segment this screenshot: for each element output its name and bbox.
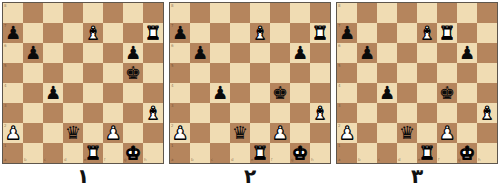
square-h6[interactable]	[310, 43, 330, 63]
square-h3[interactable]: ♝	[143, 103, 163, 123]
square-g3[interactable]	[123, 103, 143, 123]
square-e8[interactable]	[417, 3, 437, 23]
square-a1[interactable]: 1a	[3, 143, 23, 163]
square-c3[interactable]	[210, 103, 230, 123]
rank-label: 5	[171, 64, 174, 68]
square-d2[interactable]: ♛	[230, 123, 250, 143]
square-a6[interactable]: 6	[3, 43, 23, 63]
white-bishop: ♝	[312, 103, 328, 123]
square-d4[interactable]	[230, 83, 250, 103]
square-g6[interactable]: ♟	[290, 43, 310, 63]
square-b8[interactable]	[190, 3, 210, 23]
rank-label: 4	[4, 84, 7, 88]
square-f5[interactable]	[270, 63, 290, 83]
square-g1[interactable]: g♚	[123, 143, 143, 163]
square-a4[interactable]: 4	[170, 83, 190, 103]
square-b5[interactable]	[190, 63, 210, 83]
white-pawn: ♟	[5, 123, 21, 143]
white-bishop: ♝	[145, 103, 161, 123]
rank-label: 1	[4, 144, 7, 148]
square-a1[interactable]: 1a	[337, 143, 357, 163]
square-b7[interactable]	[23, 23, 43, 43]
square-e5[interactable]	[417, 63, 437, 83]
file-label: a	[4, 158, 6, 162]
rank-label: 4	[171, 84, 174, 88]
diagram-3-label: ٣	[411, 164, 423, 187]
file-label: f	[104, 158, 105, 162]
square-e4[interactable]	[250, 83, 270, 103]
black-pawn: ♟	[45, 83, 61, 103]
file-label: h	[144, 158, 147, 162]
square-a7[interactable]: 7♟	[337, 23, 357, 43]
square-b3[interactable]	[23, 103, 43, 123]
rank-label: 3	[4, 104, 7, 108]
square-e6[interactable]	[250, 43, 270, 63]
rank-label: 3	[338, 104, 341, 108]
white-pawn: ♟	[439, 123, 455, 143]
square-b4[interactable]	[357, 83, 377, 103]
square-e1[interactable]: e♜	[83, 143, 103, 163]
white-rook: ♜	[252, 143, 268, 163]
square-g8[interactable]	[457, 3, 477, 23]
square-f6[interactable]	[270, 43, 290, 63]
square-d8[interactable]	[63, 3, 83, 23]
square-f6[interactable]	[103, 43, 123, 63]
square-b7[interactable]	[190, 23, 210, 43]
square-d1[interactable]: d	[397, 143, 417, 163]
file-label: a	[171, 158, 173, 162]
square-h2[interactable]	[143, 123, 163, 143]
square-g8[interactable]	[123, 3, 143, 23]
square-a4[interactable]: 4	[337, 83, 357, 103]
square-f1[interactable]: f	[270, 143, 290, 163]
rank-label: 6	[4, 44, 7, 48]
black-pawn: ♟	[192, 43, 208, 63]
square-f5[interactable]	[437, 63, 457, 83]
square-f6[interactable]	[437, 43, 457, 63]
square-h8[interactable]	[477, 3, 497, 23]
black-king: ♚	[439, 83, 455, 103]
square-d3[interactable]	[397, 103, 417, 123]
square-d7[interactable]	[63, 23, 83, 43]
square-e7[interactable]: ♝	[417, 23, 437, 43]
square-b4[interactable]	[23, 83, 43, 103]
black-pawn: ♟	[379, 83, 395, 103]
square-g3[interactable]	[290, 103, 310, 123]
square-f3[interactable]	[103, 103, 123, 123]
square-g5[interactable]	[457, 63, 477, 83]
rank-label: 6	[338, 44, 341, 48]
square-h4[interactable]	[477, 83, 497, 103]
square-e7[interactable]: ♝	[83, 23, 103, 43]
square-d8[interactable]	[397, 3, 417, 23]
square-c4[interactable]: ♟	[377, 83, 397, 103]
square-a2[interactable]: 2♟	[337, 123, 357, 143]
black-queen: ♛	[232, 123, 248, 143]
square-h1[interactable]: h	[477, 143, 497, 163]
file-label: a	[338, 158, 340, 162]
square-a4[interactable]: 4	[3, 83, 23, 103]
chess-board-2: 87♟♝♜6♟♟54♟♚3♝2♟♛♟1abcde♜fg♚h	[169, 2, 331, 164]
square-d1[interactable]: d	[63, 143, 83, 163]
square-d8[interactable]	[230, 3, 250, 23]
square-b7[interactable]	[357, 23, 377, 43]
square-c5[interactable]	[43, 63, 63, 83]
square-h4[interactable]	[310, 83, 330, 103]
square-d1[interactable]: d	[230, 143, 250, 163]
square-d6[interactable]	[230, 43, 250, 63]
square-b1[interactable]: b	[357, 143, 377, 163]
square-e3[interactable]	[417, 103, 437, 123]
square-b6[interactable]: ♟	[357, 43, 377, 63]
file-label: d	[64, 158, 67, 162]
square-g2[interactable]	[290, 123, 310, 143]
square-f8[interactable]	[437, 3, 457, 23]
square-f7[interactable]: ♜	[437, 23, 457, 43]
square-d3[interactable]	[63, 103, 83, 123]
square-e3[interactable]	[83, 103, 103, 123]
square-d7[interactable]	[230, 23, 250, 43]
square-h3[interactable]: ♝	[477, 103, 497, 123]
square-c8[interactable]	[43, 3, 63, 23]
square-e1[interactable]: e♜	[250, 143, 270, 163]
square-e4[interactable]	[417, 83, 437, 103]
white-rook: ♜	[85, 143, 101, 163]
square-f4[interactable]	[103, 83, 123, 103]
black-king: ♚	[125, 63, 141, 83]
chess-board-3: 87♟♝♜6♟♟54♟♚3♝2♟♛♟1abcde♜fg♚h	[336, 2, 498, 164]
square-b1[interactable]: b	[190, 143, 210, 163]
square-h7[interactable]: ♜	[310, 23, 330, 43]
square-g7[interactable]	[290, 23, 310, 43]
square-c8[interactable]	[377, 3, 397, 23]
white-rook: ♜	[419, 143, 435, 163]
square-e1[interactable]: e♜	[417, 143, 437, 163]
square-c5[interactable]	[377, 63, 397, 83]
square-a7[interactable]: 7♟	[3, 23, 23, 43]
white-bishop: ♝	[252, 23, 268, 43]
square-c2[interactable]	[377, 123, 397, 143]
rank-label: 8	[4, 4, 7, 8]
square-e6[interactable]	[417, 43, 437, 63]
square-a6[interactable]: 6	[170, 43, 190, 63]
rank-label: 6	[171, 44, 174, 48]
file-label: c	[211, 158, 213, 162]
black-pawn: ♟	[292, 43, 308, 63]
square-d5[interactable]	[63, 63, 83, 83]
square-a2[interactable]: 2♟	[170, 123, 190, 143]
square-c3[interactable]	[43, 103, 63, 123]
diagram-3: 87♟♝♜6♟♟54♟♚3♝2♟♛♟1abcde♜fg♚h ٣	[336, 2, 498, 187]
square-c6[interactable]	[43, 43, 63, 63]
square-c7[interactable]	[43, 23, 63, 43]
square-h2[interactable]	[310, 123, 330, 143]
square-h6[interactable]	[143, 43, 163, 63]
square-d2[interactable]: ♛	[63, 123, 83, 143]
square-b8[interactable]	[357, 3, 377, 23]
square-d5[interactable]	[230, 63, 250, 83]
square-b1[interactable]: b	[23, 143, 43, 163]
rank-label: 1	[171, 144, 174, 148]
square-a5[interactable]: 5	[3, 63, 23, 83]
square-f1[interactable]: f	[437, 143, 457, 163]
square-d6[interactable]	[63, 43, 83, 63]
square-h8[interactable]	[310, 3, 330, 23]
square-b4[interactable]	[190, 83, 210, 103]
square-d5[interactable]	[397, 63, 417, 83]
square-h8[interactable]	[143, 3, 163, 23]
square-c5[interactable]	[210, 63, 230, 83]
square-e2[interactable]	[83, 123, 103, 143]
black-king: ♚	[272, 83, 288, 103]
square-d6[interactable]	[397, 43, 417, 63]
black-pawn: ♟	[25, 43, 41, 63]
square-a6[interactable]: 6	[337, 43, 357, 63]
white-bishop: ♝	[479, 103, 495, 123]
square-h4[interactable]	[143, 83, 163, 103]
square-g3[interactable]	[457, 103, 477, 123]
diagram-strip: 87♟♝♜6♟♟5♚4♟3♝2♟♛♟1abcde♜fg♚h ١ 87♟♝♜6♟♟…	[0, 0, 500, 188]
square-b2[interactable]	[23, 123, 43, 143]
square-g4[interactable]	[457, 83, 477, 103]
square-f5[interactable]	[103, 63, 123, 83]
square-a8[interactable]: 8	[170, 3, 190, 23]
white-bishop: ♝	[85, 23, 101, 43]
square-a3[interactable]: 3	[170, 103, 190, 123]
square-c3[interactable]	[377, 103, 397, 123]
square-e4[interactable]	[83, 83, 103, 103]
square-g4[interactable]	[290, 83, 310, 103]
square-b3[interactable]	[190, 103, 210, 123]
square-c1[interactable]: c	[210, 143, 230, 163]
square-b2[interactable]	[190, 123, 210, 143]
square-b6[interactable]: ♟	[190, 43, 210, 63]
square-f2[interactable]: ♟	[103, 123, 123, 143]
square-f3[interactable]	[270, 103, 290, 123]
square-c1[interactable]: c	[377, 143, 397, 163]
square-g5[interactable]	[290, 63, 310, 83]
square-g1[interactable]: g♚	[290, 143, 310, 163]
rank-label: 1	[338, 144, 341, 148]
square-d4[interactable]	[63, 83, 83, 103]
square-h5[interactable]	[477, 63, 497, 83]
square-a3[interactable]: 3	[3, 103, 23, 123]
white-pawn: ♟	[172, 123, 188, 143]
square-a7[interactable]: 7♟	[170, 23, 190, 43]
square-f2[interactable]: ♟	[437, 123, 457, 143]
square-g4[interactable]	[123, 83, 143, 103]
square-a5[interactable]: 5	[170, 63, 190, 83]
file-label: c	[378, 158, 380, 162]
square-c7[interactable]	[210, 23, 230, 43]
square-f7[interactable]	[103, 23, 123, 43]
file-label: b	[358, 158, 361, 162]
square-b8[interactable]	[23, 3, 43, 23]
file-label: d	[398, 158, 401, 162]
square-c8[interactable]	[210, 3, 230, 23]
square-h6[interactable]	[477, 43, 497, 63]
black-pawn: ♟	[339, 23, 355, 43]
square-b5[interactable]	[23, 63, 43, 83]
file-label: f	[438, 158, 439, 162]
black-queen: ♛	[399, 123, 415, 143]
square-g7[interactable]	[457, 23, 477, 43]
black-pawn: ♟	[5, 23, 21, 43]
square-d7[interactable]	[397, 23, 417, 43]
rank-label: 5	[338, 64, 341, 68]
square-d2[interactable]: ♛	[397, 123, 417, 143]
square-e2[interactable]	[250, 123, 270, 143]
square-c6[interactable]	[210, 43, 230, 63]
square-h1[interactable]: h	[310, 143, 330, 163]
square-f4[interactable]: ♚	[270, 83, 290, 103]
rank-label: 8	[338, 4, 341, 8]
white-pawn: ♟	[105, 123, 121, 143]
square-h7[interactable]	[477, 23, 497, 43]
square-h5[interactable]	[143, 63, 163, 83]
square-a5[interactable]: 5	[337, 63, 357, 83]
diagram-1: 87♟♝♜6♟♟5♚4♟3♝2♟♛♟1abcde♜fg♚h ١	[2, 2, 164, 187]
rank-label: 3	[171, 104, 174, 108]
square-e5[interactable]	[83, 63, 103, 83]
square-e2[interactable]	[417, 123, 437, 143]
black-pawn: ♟	[459, 43, 475, 63]
square-h1[interactable]: h	[143, 143, 163, 163]
square-g8[interactable]	[290, 3, 310, 23]
file-label: h	[478, 158, 481, 162]
square-e7[interactable]: ♝	[250, 23, 270, 43]
chess-board-1: 87♟♝♜6♟♟5♚4♟3♝2♟♛♟1abcde♜fg♚h	[2, 2, 164, 164]
square-b2[interactable]	[357, 123, 377, 143]
square-a8[interactable]: 8	[337, 3, 357, 23]
square-c6[interactable]	[377, 43, 397, 63]
square-e8[interactable]	[250, 3, 270, 23]
white-rook: ♜	[439, 23, 455, 43]
square-g6[interactable]: ♟	[123, 43, 143, 63]
black-pawn: ♟	[172, 23, 188, 43]
square-c2[interactable]	[43, 123, 63, 143]
black-queen: ♛	[65, 123, 81, 143]
file-label: b	[24, 158, 27, 162]
square-f8[interactable]	[270, 3, 290, 23]
square-g2[interactable]	[123, 123, 143, 143]
square-d4[interactable]	[397, 83, 417, 103]
square-g5[interactable]: ♚	[123, 63, 143, 83]
square-a2[interactable]: 2♟	[3, 123, 23, 143]
file-label: d	[231, 158, 234, 162]
diagram-1-label: ١	[77, 164, 89, 187]
white-rook: ♜	[312, 23, 328, 43]
square-c1[interactable]: c	[43, 143, 63, 163]
file-label: h	[311, 158, 314, 162]
black-pawn: ♟	[212, 83, 228, 103]
square-f3[interactable]	[437, 103, 457, 123]
square-b3[interactable]	[357, 103, 377, 123]
square-a1[interactable]: 1a	[170, 143, 190, 163]
file-label: b	[191, 158, 194, 162]
rank-label: 8	[171, 4, 174, 8]
square-f8[interactable]	[103, 3, 123, 23]
white-king: ♚	[459, 143, 475, 163]
square-e3[interactable]	[250, 103, 270, 123]
white-bishop: ♝	[419, 23, 435, 43]
square-d3[interactable]	[230, 103, 250, 123]
black-pawn: ♟	[359, 43, 375, 63]
white-pawn: ♟	[339, 123, 355, 143]
square-e5[interactable]	[250, 63, 270, 83]
square-h5[interactable]	[310, 63, 330, 83]
square-h2[interactable]	[477, 123, 497, 143]
square-f4[interactable]: ♚	[437, 83, 457, 103]
square-e6[interactable]	[83, 43, 103, 63]
square-f2[interactable]: ♟	[270, 123, 290, 143]
file-label: c	[44, 158, 46, 162]
white-pawn: ♟	[272, 123, 288, 143]
square-a8[interactable]: 8	[3, 3, 23, 23]
white-king: ♚	[125, 143, 141, 163]
square-h3[interactable]: ♝	[310, 103, 330, 123]
file-label: f	[271, 158, 272, 162]
rank-label: 4	[338, 84, 341, 88]
white-king: ♚	[292, 143, 308, 163]
square-a3[interactable]: 3	[337, 103, 357, 123]
black-pawn: ♟	[125, 43, 141, 63]
square-c4[interactable]: ♟	[43, 83, 63, 103]
square-c2[interactable]	[210, 123, 230, 143]
diagram-2: 87♟♝♜6♟♟54♟♚3♝2♟♛♟1abcde♜fg♚h ٢	[169, 2, 331, 187]
square-g7[interactable]	[123, 23, 143, 43]
square-h7[interactable]: ♜	[143, 23, 163, 43]
diagram-2-label: ٢	[244, 164, 256, 187]
white-rook: ♜	[145, 23, 161, 43]
square-c7[interactable]	[377, 23, 397, 43]
square-f7[interactable]	[270, 23, 290, 43]
square-f1[interactable]: f	[103, 143, 123, 163]
square-c4[interactable]: ♟	[210, 83, 230, 103]
square-g1[interactable]: g♚	[457, 143, 477, 163]
square-g2[interactable]	[457, 123, 477, 143]
square-b6[interactable]: ♟	[23, 43, 43, 63]
square-g6[interactable]: ♟	[457, 43, 477, 63]
rank-label: 5	[4, 64, 7, 68]
square-e8[interactable]	[83, 3, 103, 23]
square-b5[interactable]	[357, 63, 377, 83]
